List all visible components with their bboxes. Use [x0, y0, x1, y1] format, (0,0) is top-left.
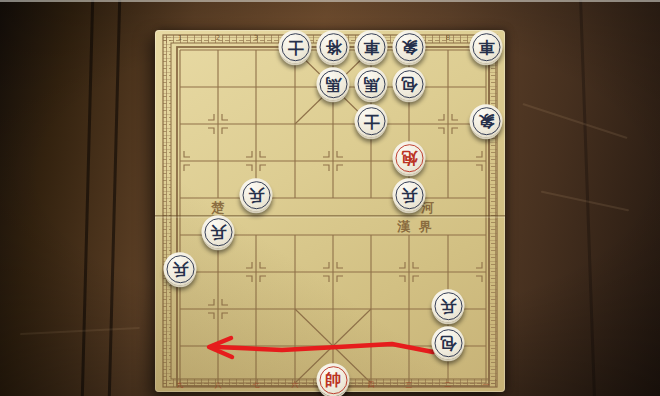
- piece-red-general[interactable]: 帥: [317, 363, 350, 396]
- piece-glyph: 士: [363, 113, 379, 129]
- piece-glyph: 包: [440, 335, 456, 351]
- piece-black-chariot[interactable]: 車: [470, 30, 503, 63]
- piece-glyph: 象: [478, 113, 494, 129]
- border-meander-right: [489, 35, 497, 387]
- piece-black-soldier[interactable]: 兵: [202, 215, 235, 248]
- piece-glyph: 馬: [325, 76, 341, 92]
- piece-glyph: 兵: [248, 187, 264, 203]
- piece-glyph: 馬: [363, 76, 379, 92]
- piece-black-advisor[interactable]: 士: [355, 104, 388, 137]
- piece-glyph: 兵: [440, 298, 456, 314]
- piece-glyph: 車: [363, 39, 379, 55]
- board-fold-seam: [155, 215, 505, 217]
- border-meander-left: [163, 35, 171, 387]
- piece-black-chariot[interactable]: 車: [355, 30, 388, 63]
- piece-black-soldier[interactable]: 兵: [240, 178, 273, 211]
- piece-glyph: 炮: [401, 150, 417, 166]
- piece-glyph: 兵: [401, 187, 417, 203]
- piece-black-horse[interactable]: 馬: [355, 67, 388, 100]
- piece-glyph: 兵: [210, 224, 226, 240]
- piece-glyph: 車: [478, 39, 494, 55]
- wood-grain: [20, 327, 140, 335]
- piece-glyph: 兵: [172, 261, 188, 277]
- piece-black-horse[interactable]: 馬: [317, 67, 350, 100]
- wood-plank-gap: [108, 0, 122, 396]
- piece-black-general[interactable]: 将: [317, 30, 350, 63]
- piece-glyph: 帥: [325, 372, 341, 388]
- piece-black-elephant[interactable]: 象: [393, 30, 426, 63]
- wood-plank-gap: [579, 0, 597, 396]
- piece-glyph: 象: [401, 39, 417, 55]
- piece-black-soldier[interactable]: 兵: [164, 252, 197, 285]
- table-surface: 楚 河 漢 界 士将車象車馬馬包士象炮兵兵兵兵兵包帥 123456789九八七六…: [0, 0, 660, 396]
- wood-grain: [522, 103, 627, 139]
- wood-plank-gap: [81, 0, 95, 396]
- piece-glyph: 士: [287, 39, 303, 55]
- river-label-han: 漢: [397, 219, 411, 234]
- photo-top-edge: [0, 0, 660, 2]
- river-label-jie: 界: [418, 219, 432, 234]
- piece-black-soldier[interactable]: 兵: [432, 289, 465, 322]
- piece-black-elephant[interactable]: 象: [470, 104, 503, 137]
- piece-black-cannon[interactable]: 包: [432, 326, 465, 359]
- river-label-chu: 楚: [210, 200, 225, 215]
- piece-black-cannon[interactable]: 包: [393, 67, 426, 100]
- piece-glyph: 将: [325, 39, 341, 55]
- piece-glyph: 包: [401, 76, 417, 92]
- piece-red-cannon[interactable]: 炮: [393, 141, 426, 174]
- piece-black-soldier[interactable]: 兵: [393, 178, 426, 211]
- piece-black-advisor[interactable]: 士: [279, 30, 312, 63]
